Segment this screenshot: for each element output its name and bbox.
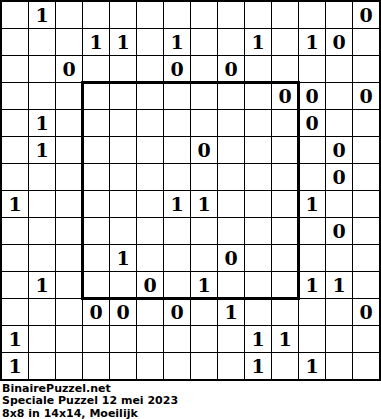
cell-r14c12: 1 bbox=[299, 353, 325, 379]
cell-r2c3[interactable] bbox=[56, 29, 82, 55]
cell-r13c12[interactable] bbox=[299, 326, 325, 352]
cell-r3c13[interactable] bbox=[326, 56, 352, 82]
cell-r7c14[interactable] bbox=[353, 164, 379, 190]
cell-r9c2[interactable] bbox=[29, 218, 55, 244]
cell-r7c13: 0 bbox=[326, 164, 352, 190]
cell-r9c12[interactable] bbox=[299, 218, 325, 244]
cell-r14c5[interactable] bbox=[110, 353, 136, 379]
cell-r1c9[interactable] bbox=[218, 2, 244, 28]
cell-r9c8[interactable] bbox=[191, 218, 217, 244]
cell-r6c10[interactable] bbox=[245, 137, 271, 163]
cell-r5c3[interactable] bbox=[56, 110, 82, 136]
cell-r10c13[interactable] bbox=[326, 245, 352, 271]
cell-r13c5[interactable] bbox=[110, 326, 136, 352]
cell-r13c2[interactable] bbox=[29, 326, 55, 352]
cell-r8c9[interactable] bbox=[218, 191, 244, 217]
cell-r11c11[interactable] bbox=[272, 272, 298, 298]
cell-r5c8[interactable] bbox=[191, 110, 217, 136]
cell-r3c3: 0 bbox=[56, 56, 82, 82]
cell-r5c6[interactable] bbox=[137, 110, 163, 136]
cell-r5c13[interactable] bbox=[326, 110, 352, 136]
cell-r6c13: 0 bbox=[326, 137, 352, 163]
cell-r10c3[interactable] bbox=[56, 245, 82, 271]
cell-r12c1[interactable] bbox=[2, 299, 28, 325]
cell-r8c13[interactable] bbox=[326, 191, 352, 217]
cell-r1c4[interactable] bbox=[83, 2, 109, 28]
cell-r5c9[interactable] bbox=[218, 110, 244, 136]
cell-r12c12[interactable] bbox=[299, 299, 325, 325]
cell-r4c3[interactable] bbox=[56, 83, 82, 109]
cell-r8c10[interactable] bbox=[245, 191, 271, 217]
cell-r7c7[interactable] bbox=[164, 164, 190, 190]
cell-r3c8[interactable] bbox=[191, 56, 217, 82]
cell-r4c5[interactable] bbox=[110, 83, 136, 109]
cell-r7c2[interactable] bbox=[29, 164, 55, 190]
cell-r12c7: 0 bbox=[164, 299, 190, 325]
cell-r14c2[interactable] bbox=[29, 353, 55, 379]
cell-r4c13[interactable] bbox=[326, 83, 352, 109]
cell-r7c9[interactable] bbox=[218, 164, 244, 190]
cell-r8c8: 1 bbox=[191, 191, 217, 217]
cell-r4c9[interactable] bbox=[218, 83, 244, 109]
cell-r3c6[interactable] bbox=[137, 56, 163, 82]
cell-r7c6[interactable] bbox=[137, 164, 163, 190]
cell-r5c1[interactable] bbox=[2, 110, 28, 136]
cell-r11c7[interactable] bbox=[164, 272, 190, 298]
cell-r6c11[interactable] bbox=[272, 137, 298, 163]
cell-r3c9: 0 bbox=[218, 56, 244, 82]
cell-r10c6[interactable] bbox=[137, 245, 163, 271]
cell-r11c8: 1 bbox=[191, 272, 217, 298]
cell-r4c12: 0 bbox=[299, 83, 325, 109]
cell-r3c12[interactable] bbox=[299, 56, 325, 82]
cell-r4c11: 0 bbox=[272, 83, 298, 109]
cell-r1c8[interactable] bbox=[191, 2, 217, 28]
cell-r5c10[interactable] bbox=[245, 110, 271, 136]
cell-r13c4[interactable] bbox=[83, 326, 109, 352]
cell-r6c12[interactable] bbox=[299, 137, 325, 163]
cell-r5c7[interactable] bbox=[164, 110, 190, 136]
cell-r13c1: 1 bbox=[2, 326, 28, 352]
cell-r5c11[interactable] bbox=[272, 110, 298, 136]
cell-r6c6[interactable] bbox=[137, 137, 163, 163]
cell-r8c2[interactable] bbox=[29, 191, 55, 217]
cell-r10c2[interactable] bbox=[29, 245, 55, 271]
cell-r12c13[interactable] bbox=[326, 299, 352, 325]
cell-r1c11[interactable] bbox=[272, 2, 298, 28]
cell-r6c7[interactable] bbox=[164, 137, 190, 163]
cell-r4c1[interactable] bbox=[2, 83, 28, 109]
cell-r1c10[interactable] bbox=[245, 2, 271, 28]
cell-r11c12: 1 bbox=[299, 272, 325, 298]
cell-r12c10[interactable] bbox=[245, 299, 271, 325]
cell-r6c14[interactable] bbox=[353, 137, 379, 163]
cell-r14c10: 1 bbox=[245, 353, 271, 379]
cell-r6c4[interactable] bbox=[83, 137, 109, 163]
cell-r9c6[interactable] bbox=[137, 218, 163, 244]
cell-r7c3[interactable] bbox=[56, 164, 82, 190]
cell-r11c1[interactable] bbox=[2, 272, 28, 298]
puzzle-board: 1011111000000010100011110101011100010111… bbox=[0, 0, 381, 381]
cell-r6c5[interactable] bbox=[110, 137, 136, 163]
cell-r11c3[interactable] bbox=[56, 272, 82, 298]
cell-r13c6[interactable] bbox=[137, 326, 163, 352]
cell-r13c7[interactable] bbox=[164, 326, 190, 352]
cell-r14c7[interactable] bbox=[164, 353, 190, 379]
cell-r4c2[interactable] bbox=[29, 83, 55, 109]
cell-r8c11[interactable] bbox=[272, 191, 298, 217]
cell-r4c4[interactable] bbox=[83, 83, 109, 109]
cell-r8c7: 1 bbox=[164, 191, 190, 217]
cell-r13c3[interactable] bbox=[56, 326, 82, 352]
cell-r2c14[interactable] bbox=[353, 29, 379, 55]
cell-r7c8[interactable] bbox=[191, 164, 217, 190]
cell-r1c14: 0 bbox=[353, 2, 379, 28]
cell-r10c9: 0 bbox=[218, 245, 244, 271]
cell-r12c4: 0 bbox=[83, 299, 109, 325]
puzzle-subtitle: Speciale Puzzel 12 mei 2023 bbox=[2, 395, 381, 407]
cell-r14c13[interactable] bbox=[326, 353, 352, 379]
board-wrapper: 1011111000000010100011110101011100010111… bbox=[0, 0, 381, 381]
cell-r7c1[interactable] bbox=[2, 164, 28, 190]
cell-r1c12[interactable] bbox=[299, 2, 325, 28]
cell-r1c6[interactable] bbox=[137, 2, 163, 28]
cell-r12c8[interactable] bbox=[191, 299, 217, 325]
cell-r1c1[interactable] bbox=[2, 2, 28, 28]
cell-r2c5: 1 bbox=[110, 29, 136, 55]
cell-r3c5[interactable] bbox=[110, 56, 136, 82]
cell-r9c10[interactable] bbox=[245, 218, 271, 244]
cell-r2c13: 0 bbox=[326, 29, 352, 55]
cell-r2c12: 1 bbox=[299, 29, 325, 55]
cell-r11c13: 1 bbox=[326, 272, 352, 298]
caption: BinairePuzzel.net Speciale Puzzel 12 mei… bbox=[0, 381, 381, 419]
cell-r5c12: 0 bbox=[299, 110, 325, 136]
cell-r1c13[interactable] bbox=[326, 2, 352, 28]
cell-r7c10[interactable] bbox=[245, 164, 271, 190]
cell-r9c11[interactable] bbox=[272, 218, 298, 244]
cell-r14c4[interactable] bbox=[83, 353, 109, 379]
cell-r8c12: 1 bbox=[299, 191, 325, 217]
cell-r6c3[interactable] bbox=[56, 137, 82, 163]
cell-r7c12[interactable] bbox=[299, 164, 325, 190]
cell-r14c3[interactable] bbox=[56, 353, 82, 379]
cell-r13c9[interactable] bbox=[218, 326, 244, 352]
cell-r4c8[interactable] bbox=[191, 83, 217, 109]
cell-r2c1[interactable] bbox=[2, 29, 28, 55]
cell-r5c2: 1 bbox=[29, 110, 55, 136]
cell-r13c14[interactable] bbox=[353, 326, 379, 352]
cell-r2c10: 1 bbox=[245, 29, 271, 55]
cell-r9c14[interactable] bbox=[353, 218, 379, 244]
cell-r3c7: 0 bbox=[164, 56, 190, 82]
cell-r8c1: 1 bbox=[2, 191, 28, 217]
cell-r12c11[interactable] bbox=[272, 299, 298, 325]
cell-r2c6[interactable] bbox=[137, 29, 163, 55]
cell-r8c5[interactable] bbox=[110, 191, 136, 217]
cell-r14c14[interactable] bbox=[353, 353, 379, 379]
cell-r12c9: 1 bbox=[218, 299, 244, 325]
puzzle-page: 1011111000000010100011110101011100010111… bbox=[0, 0, 381, 419]
cell-r14c9[interactable] bbox=[218, 353, 244, 379]
cell-r8c3[interactable] bbox=[56, 191, 82, 217]
cell-r2c7: 1 bbox=[164, 29, 190, 55]
cell-r9c7[interactable] bbox=[164, 218, 190, 244]
cell-r13c11: 1 bbox=[272, 326, 298, 352]
cell-r12c6[interactable] bbox=[137, 299, 163, 325]
cell-r10c4[interactable] bbox=[83, 245, 109, 271]
cell-r10c14[interactable] bbox=[353, 245, 379, 271]
cell-r12c5: 0 bbox=[110, 299, 136, 325]
cell-r11c6: 0 bbox=[137, 272, 163, 298]
cell-r7c5[interactable] bbox=[110, 164, 136, 190]
cell-r14c11[interactable] bbox=[272, 353, 298, 379]
cell-r6c8: 0 bbox=[191, 137, 217, 163]
cell-r8c4[interactable] bbox=[83, 191, 109, 217]
cell-r10c7[interactable] bbox=[164, 245, 190, 271]
cell-r13c13[interactable] bbox=[326, 326, 352, 352]
cell-r12c2[interactable] bbox=[29, 299, 55, 325]
cell-r11c14[interactable] bbox=[353, 272, 379, 298]
cell-r11c4[interactable] bbox=[83, 272, 109, 298]
cell-r9c4[interactable] bbox=[83, 218, 109, 244]
cell-r9c1[interactable] bbox=[2, 218, 28, 244]
cell-r7c4[interactable] bbox=[83, 164, 109, 190]
cell-r10c12[interactable] bbox=[299, 245, 325, 271]
cell-r5c14[interactable] bbox=[353, 110, 379, 136]
cell-r3c14[interactable] bbox=[353, 56, 379, 82]
cell-r3c1[interactable] bbox=[2, 56, 28, 82]
cell-r8c14[interactable] bbox=[353, 191, 379, 217]
cell-r4c10[interactable] bbox=[245, 83, 271, 109]
cell-r1c5[interactable] bbox=[110, 2, 136, 28]
cell-r8c6[interactable] bbox=[137, 191, 163, 217]
puzzle-details: 8x8 in 14x14, Moeilijk bbox=[2, 408, 381, 419]
cell-r10c11[interactable] bbox=[272, 245, 298, 271]
cell-r13c10: 1 bbox=[245, 326, 271, 352]
cell-r2c2[interactable] bbox=[29, 29, 55, 55]
cell-r11c9[interactable] bbox=[218, 272, 244, 298]
cell-r12c14: 0 bbox=[353, 299, 379, 325]
cell-r2c8[interactable] bbox=[191, 29, 217, 55]
cell-r10c8[interactable] bbox=[191, 245, 217, 271]
cell-r9c13: 0 bbox=[326, 218, 352, 244]
cell-r2c9[interactable] bbox=[218, 29, 244, 55]
cell-r4c7[interactable] bbox=[164, 83, 190, 109]
cell-r10c10[interactable] bbox=[245, 245, 271, 271]
cell-r6c2: 1 bbox=[29, 137, 55, 163]
cell-r7c11[interactable] bbox=[272, 164, 298, 190]
cell-r1c3[interactable] bbox=[56, 2, 82, 28]
cell-r6c9[interactable] bbox=[218, 137, 244, 163]
cell-r3c2[interactable] bbox=[29, 56, 55, 82]
cell-r3c11[interactable] bbox=[272, 56, 298, 82]
cell-r6c1[interactable] bbox=[2, 137, 28, 163]
cell-r9c5[interactable] bbox=[110, 218, 136, 244]
cell-r11c10[interactable] bbox=[245, 272, 271, 298]
cell-r14c8[interactable] bbox=[191, 353, 217, 379]
cell-r4c14: 0 bbox=[353, 83, 379, 109]
cell-r2c4: 1 bbox=[83, 29, 109, 55]
cell-r5c5[interactable] bbox=[110, 110, 136, 136]
cell-r11c2: 1 bbox=[29, 272, 55, 298]
cell-r14c1: 1 bbox=[2, 353, 28, 379]
cell-r5c4[interactable] bbox=[83, 110, 109, 136]
cell-r2c11[interactable] bbox=[272, 29, 298, 55]
cell-r10c5: 1 bbox=[110, 245, 136, 271]
cell-r1c2: 1 bbox=[29, 2, 55, 28]
cell-r10c1[interactable] bbox=[2, 245, 28, 271]
cell-r9c9[interactable] bbox=[218, 218, 244, 244]
cell-r12c3[interactable] bbox=[56, 299, 82, 325]
cell-r1c7[interactable] bbox=[164, 2, 190, 28]
cell-r9c3[interactable] bbox=[56, 218, 82, 244]
cell-r13c8[interactable] bbox=[191, 326, 217, 352]
cell-r3c10[interactable] bbox=[245, 56, 271, 82]
cell-r14c6[interactable] bbox=[137, 353, 163, 379]
cell-r11c5[interactable] bbox=[110, 272, 136, 298]
cell-r4c6[interactable] bbox=[137, 83, 163, 109]
cell-r3c4[interactable] bbox=[83, 56, 109, 82]
